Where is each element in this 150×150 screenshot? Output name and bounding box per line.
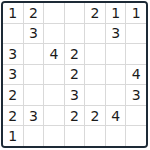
empty-cell-r7c5[interactable] <box>85 126 105 146</box>
empty-cell-r7c2[interactable] <box>24 126 44 146</box>
clue-cell-r6c4: 2 <box>65 106 85 126</box>
empty-cell-r7c6[interactable] <box>106 126 126 146</box>
empty-cell-r5c6[interactable] <box>106 85 126 105</box>
puzzle-board: 1221133342324233232241 <box>1 1 148 148</box>
empty-cell-r4c3[interactable] <box>44 65 64 85</box>
empty-cell-r4c2[interactable] <box>24 65 44 85</box>
empty-cell-r5c2[interactable] <box>24 85 44 105</box>
empty-cell-r2c3[interactable] <box>44 24 64 44</box>
clue-cell-r6c2: 3 <box>24 106 44 126</box>
clue-cell-r5c1: 2 <box>3 85 23 105</box>
clue-cell-r2c2: 3 <box>24 24 44 44</box>
empty-cell-r6c7[interactable] <box>126 106 146 126</box>
empty-cell-r2c5[interactable] <box>85 24 105 44</box>
empty-cell-r4c5[interactable] <box>85 65 105 85</box>
clue-cell-r4c7: 4 <box>126 65 146 85</box>
clue-cell-r3c1: 3 <box>3 44 23 64</box>
empty-cell-r2c4[interactable] <box>65 24 85 44</box>
clue-cell-r4c1: 3 <box>3 65 23 85</box>
empty-cell-r4c6[interactable] <box>106 65 126 85</box>
clue-cell-r4c4: 2 <box>65 65 85 85</box>
empty-cell-r3c7[interactable] <box>126 44 146 64</box>
empty-cell-r3c2[interactable] <box>24 44 44 64</box>
clue-cell-r1c1: 1 <box>3 3 23 23</box>
clue-cell-r1c7: 1 <box>126 3 146 23</box>
empty-cell-r3c6[interactable] <box>106 44 126 64</box>
clue-cell-r7c1: 1 <box>3 126 23 146</box>
empty-cell-r2c7[interactable] <box>126 24 146 44</box>
clue-cell-r2c6: 3 <box>106 24 126 44</box>
empty-cell-r7c7[interactable] <box>126 126 146 146</box>
empty-cell-r1c4[interactable] <box>65 3 85 23</box>
empty-cell-r7c3[interactable] <box>44 126 64 146</box>
clue-cell-r1c2: 2 <box>24 3 44 23</box>
empty-cell-r6c3[interactable] <box>44 106 64 126</box>
empty-cell-r3c5[interactable] <box>85 44 105 64</box>
clue-cell-r1c6: 1 <box>106 3 126 23</box>
clue-cell-r5c4: 3 <box>65 85 85 105</box>
clue-cell-r6c6: 4 <box>106 106 126 126</box>
clue-cell-r6c1: 2 <box>3 106 23 126</box>
empty-cell-r5c3[interactable] <box>44 85 64 105</box>
empty-cell-r7c4[interactable] <box>65 126 85 146</box>
clue-cell-r1c5: 2 <box>85 3 105 23</box>
empty-cell-r1c3[interactable] <box>44 3 64 23</box>
clue-cell-r3c3: 4 <box>44 44 64 64</box>
clue-cell-r6c5: 2 <box>85 106 105 126</box>
clue-cell-r5c7: 3 <box>126 85 146 105</box>
clue-cell-r3c4: 2 <box>65 44 85 64</box>
empty-cell-r2c1[interactable] <box>3 24 23 44</box>
empty-cell-r5c5[interactable] <box>85 85 105 105</box>
